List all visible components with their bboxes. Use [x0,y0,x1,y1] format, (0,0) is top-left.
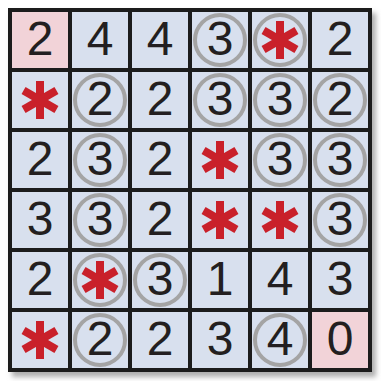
cell-r2c3[interactable]: 2 [132,72,188,128]
cell-r3c1[interactable]: 2 [12,132,68,188]
mine-icon [261,21,299,59]
cell-number: 3 [207,15,234,63]
cell-r3c3[interactable]: 2 [132,132,188,188]
cell-r3c5[interactable]: 3 [252,132,308,188]
cell-number: 3 [267,75,294,123]
cell-number: 2 [147,135,174,183]
puzzle-board: 24432223322323333232314322340 [8,8,372,372]
cell-number: 2 [147,315,174,363]
cell-number: 2 [147,195,174,243]
cell-r4c1[interactable]: 3 [12,192,68,248]
cell-r6c5[interactable]: 4 [252,312,308,368]
cell-r6c6[interactable]: 0 [312,312,368,368]
cell-number: 0 [327,315,354,363]
cell-r1c1[interactable]: 2 [12,12,68,68]
cell-r5c2[interactable] [72,252,128,308]
cell-r5c5[interactable]: 4 [252,252,308,308]
cell-r4c2[interactable]: 3 [72,192,128,248]
cell-number: 3 [327,135,354,183]
cell-number: 1 [207,255,234,303]
cell-r4c4[interactable] [192,192,248,248]
cell-number: 3 [147,255,174,303]
cell-number: 3 [327,255,354,303]
cell-number: 3 [327,195,354,243]
cell-r1c4[interactable]: 3 [192,12,248,68]
mine-icon [81,261,119,299]
mine-icon [21,321,59,359]
cell-r5c1[interactable]: 2 [12,252,68,308]
cell-r6c3[interactable]: 2 [132,312,188,368]
cell-r6c1[interactable] [12,312,68,368]
cell-r5c4[interactable]: 1 [192,252,248,308]
mine-icon [261,201,299,239]
cell-r2c2[interactable]: 2 [72,72,128,128]
cell-r3c6[interactable]: 3 [312,132,368,188]
cell-number: 2 [87,75,114,123]
cell-number: 2 [147,75,174,123]
cell-r4c6[interactable]: 3 [312,192,368,248]
cell-r3c4[interactable] [192,132,248,188]
mine-icon [201,141,239,179]
puzzle-page: 24432223322323333232314322340 [0,0,381,381]
cell-r6c2[interactable]: 2 [72,312,128,368]
cell-number: 4 [147,15,174,63]
cell-number: 2 [27,15,54,63]
cell-r1c6[interactable]: 2 [312,12,368,68]
cell-number: 2 [327,15,354,63]
cell-r4c3[interactable]: 2 [132,192,188,248]
cell-r6c4[interactable]: 3 [192,312,248,368]
cell-number: 4 [267,255,294,303]
cell-r2c6[interactable]: 2 [312,72,368,128]
cell-r5c3[interactable]: 3 [132,252,188,308]
cell-r2c4[interactable]: 3 [192,72,248,128]
cell-r4c5[interactable] [252,192,308,248]
cell-number: 3 [27,195,54,243]
mine-icon [21,81,59,119]
cell-number: 2 [327,75,354,123]
cell-number: 4 [267,315,294,363]
cell-r1c3[interactable]: 4 [132,12,188,68]
cell-r1c5[interactable] [252,12,308,68]
mine-icon [201,201,239,239]
cell-number: 2 [27,255,54,303]
cell-number: 2 [27,135,54,183]
cell-number: 3 [87,195,114,243]
cell-number: 4 [87,15,114,63]
cell-number: 3 [207,315,234,363]
cell-r2c1[interactable] [12,72,68,128]
cell-number: 3 [207,75,234,123]
cell-number: 3 [87,135,114,183]
cell-r1c2[interactable]: 4 [72,12,128,68]
cell-number: 3 [267,135,294,183]
cell-r3c2[interactable]: 3 [72,132,128,188]
cell-number: 2 [87,315,114,363]
cell-r2c5[interactable]: 3 [252,72,308,128]
cell-r5c6[interactable]: 3 [312,252,368,308]
